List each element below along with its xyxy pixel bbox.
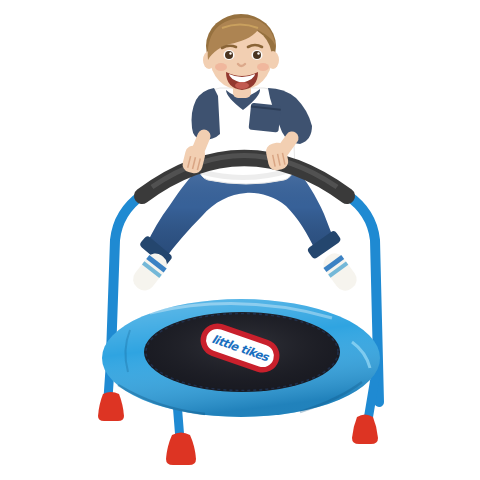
tongue — [235, 82, 249, 89]
trampoline-foot-center — [166, 433, 196, 466]
trampoline-scene: little tikes — [0, 0, 480, 480]
cheek-left — [215, 63, 227, 71]
eye-glint-left — [229, 52, 231, 54]
boy-head — [203, 14, 279, 98]
trampoline-pad: little tikes — [102, 299, 380, 417]
product-photo: little tikes — [0, 0, 480, 480]
eye-left — [225, 51, 233, 59]
trampoline-foot-left — [98, 392, 124, 421]
boy-sock-right — [319, 249, 360, 294]
trampoline-foot-right — [352, 415, 378, 445]
cheek-right — [257, 63, 269, 71]
eye-glint-right — [257, 52, 259, 54]
eye-right — [253, 51, 261, 59]
shirt-pocket — [249, 103, 282, 133]
